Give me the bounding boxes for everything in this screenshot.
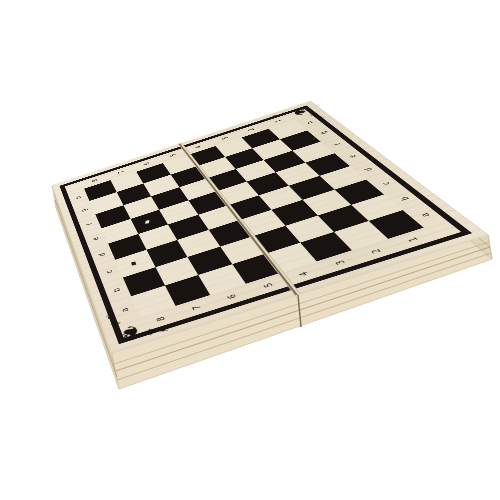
- chessboard-photo: aabbccddeeffgghh8877665544332211 ❦ ❧ ❧ ❦…: [0, 0, 500, 500]
- floral-tip-icon: ❦: [270, 114, 280, 119]
- floral-tip-icon: ❦: [316, 115, 326, 120]
